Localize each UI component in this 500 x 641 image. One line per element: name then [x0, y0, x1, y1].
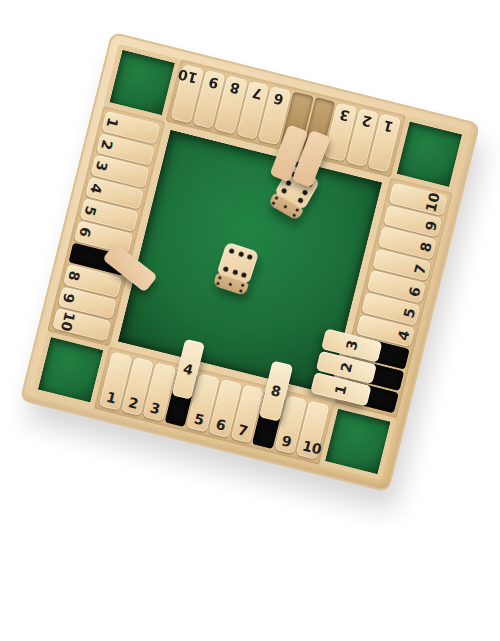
- tile-number: 5: [83, 204, 99, 217]
- tile-number: 10: [423, 191, 441, 213]
- tile-number: 10: [301, 438, 317, 455]
- tile-number: 2: [359, 113, 375, 130]
- tile-number: 8: [227, 80, 243, 97]
- die-pip: [295, 208, 299, 212]
- tile-number: 10: [183, 69, 199, 86]
- tile-number: 7: [249, 85, 265, 102]
- die-pip: [271, 201, 275, 205]
- tile-number: 3: [344, 339, 360, 352]
- die-2[interactable]: [213, 242, 260, 296]
- die-pip: [229, 248, 235, 254]
- tile-number: 1: [381, 118, 397, 135]
- die-pip: [281, 187, 288, 194]
- die-pip: [223, 266, 229, 272]
- tile-number: 3: [94, 160, 110, 173]
- tile-number: 1: [333, 383, 349, 396]
- die-pip: [283, 205, 287, 209]
- tile-number: 6: [213, 417, 229, 434]
- tile-number: 9: [423, 219, 439, 232]
- tile-number: 6: [77, 226, 93, 239]
- tile-number: 8: [418, 241, 434, 254]
- die-pip: [218, 276, 222, 280]
- product-photo: 109876321 10987654321 12345678910 123456…: [0, 0, 500, 641]
- tile-number: 5: [191, 411, 207, 428]
- tile-number: 3: [337, 107, 353, 124]
- die-pip: [274, 196, 278, 200]
- tile-number: 6: [407, 285, 423, 298]
- die-pip: [216, 282, 220, 286]
- tile-number: 8: [66, 270, 82, 283]
- tile-number: 4: [180, 361, 196, 378]
- tile-number: 2: [126, 395, 142, 412]
- tile-number: 8: [268, 383, 284, 400]
- tile-number: 2: [338, 361, 354, 374]
- shut-the-box-board: 109876321 10987654321 12345678910 123456…: [20, 32, 481, 493]
- die-pip: [232, 269, 238, 275]
- die-pip: [239, 289, 243, 293]
- die-pip: [297, 197, 304, 204]
- die-pip: [241, 272, 247, 278]
- tile-number: 7: [412, 263, 428, 276]
- tile-number: 10: [59, 310, 77, 332]
- tile-number: 9: [61, 292, 77, 305]
- tile-number: 2: [99, 138, 115, 151]
- tile-number: 1: [104, 116, 120, 129]
- die-pip: [241, 283, 245, 287]
- tile-number: 9: [279, 433, 295, 450]
- die-pip: [238, 251, 244, 257]
- tile-number: 4: [396, 329, 412, 342]
- tile-number: 3: [147, 400, 163, 417]
- tile-number: 9: [205, 74, 221, 91]
- tile-number: 4: [88, 182, 104, 195]
- tile-number: 7: [235, 422, 251, 439]
- tile-number: 1: [104, 389, 120, 406]
- tile-number: 5: [401, 307, 417, 320]
- die-pip: [292, 213, 296, 217]
- die-pip: [302, 189, 309, 196]
- die-pip: [228, 282, 232, 286]
- die-pip: [247, 254, 253, 260]
- tile-number: 6: [271, 91, 287, 108]
